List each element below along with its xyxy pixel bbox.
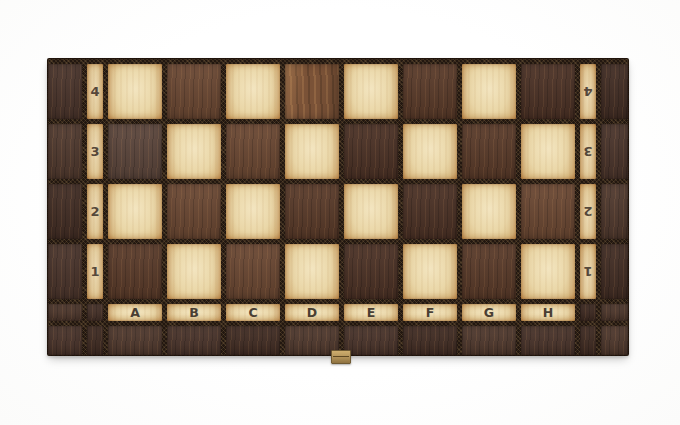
frame-left-rank-3 [48, 124, 82, 179]
square-h2 [521, 184, 575, 239]
frame-bottom-segment-1 [87, 326, 103, 355]
file-label-g: G [462, 304, 516, 321]
square-a1 [108, 244, 162, 299]
rank-label-left-4: 4 [87, 64, 103, 119]
square-f1 [403, 244, 457, 299]
rank-label-left-1: 1 [87, 244, 103, 299]
square-g2 [462, 184, 516, 239]
square-e3 [344, 124, 398, 179]
file-label-e: E [344, 304, 398, 321]
file-label-b: B [167, 304, 221, 321]
square-h3 [521, 124, 575, 179]
square-a2 [108, 184, 162, 239]
rank-label-right-4: 4 [580, 64, 596, 119]
brass-clasp [331, 350, 351, 364]
square-d2 [285, 184, 339, 239]
square-a3 [108, 124, 162, 179]
square-b2 [167, 184, 221, 239]
square-e2 [344, 184, 398, 239]
square-a4 [108, 64, 162, 119]
rank-label-left-2: 2 [87, 184, 103, 239]
square-f3 [403, 124, 457, 179]
square-c1 [226, 244, 280, 299]
frame-right-rank-3 [601, 124, 628, 179]
frame-letter-row-left-strip [87, 304, 103, 321]
square-b1 [167, 244, 221, 299]
square-g3 [462, 124, 516, 179]
frame-bottom-segment-8 [462, 326, 516, 355]
square-d4 [285, 64, 339, 119]
file-label-c: C [226, 304, 280, 321]
square-e4 [344, 64, 398, 119]
frame-left-rank-2 [48, 184, 82, 239]
frame-left-rank-1 [48, 244, 82, 299]
rank-label-left-3: 3 [87, 124, 103, 179]
frame-bottom-segment-7 [403, 326, 457, 355]
square-e1 [344, 244, 398, 299]
rank-label-right-1: 1 [580, 244, 596, 299]
file-label-d: D [285, 304, 339, 321]
frame-right-rank-1 [601, 244, 628, 299]
square-b3 [167, 124, 221, 179]
frame-left-rank-4 [48, 64, 82, 119]
frame-bottom-segment-3 [167, 326, 221, 355]
frame-bottom-segment-0 [48, 326, 82, 355]
frame-letter-row-right-strip [580, 304, 596, 321]
file-label-a: A [108, 304, 162, 321]
frame-right-letter-row [601, 304, 628, 321]
frame-bottom-segment-2 [108, 326, 162, 355]
square-h4 [521, 64, 575, 119]
file-label-f: F [403, 304, 457, 321]
square-g4 [462, 64, 516, 119]
chess-board-box: 44332211ABCDEFGH [47, 58, 629, 356]
frame-bottom-segment-4 [226, 326, 280, 355]
square-f2 [403, 184, 457, 239]
square-c2 [226, 184, 280, 239]
file-label-h: H [521, 304, 575, 321]
frame-left-letter-row [48, 304, 82, 321]
square-d3 [285, 124, 339, 179]
rank-label-right-2: 2 [580, 184, 596, 239]
rank-label-right-3: 3 [580, 124, 596, 179]
frame-bottom-segment-6 [344, 326, 398, 355]
square-c3 [226, 124, 280, 179]
square-g1 [462, 244, 516, 299]
square-h1 [521, 244, 575, 299]
square-c4 [226, 64, 280, 119]
square-d1 [285, 244, 339, 299]
square-b4 [167, 64, 221, 119]
frame-right-rank-4 [601, 64, 628, 119]
frame-bottom-segment-9 [521, 326, 575, 355]
square-f4 [403, 64, 457, 119]
frame-bottom-segment-11 [601, 326, 628, 355]
frame-right-rank-2 [601, 184, 628, 239]
frame-bottom-segment-10 [580, 326, 596, 355]
